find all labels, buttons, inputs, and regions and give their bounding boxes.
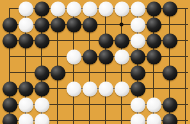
black-stone-c8r4[interactable] [130, 65, 145, 80]
white-stone-c2r6[interactable] [34, 97, 49, 112]
black-stone-c6r2[interactable] [98, 33, 113, 48]
black-stone-c9r0[interactable] [146, 1, 161, 16]
black-stone-c3r1[interactable] [50, 17, 65, 32]
black-stone-c10r4[interactable] [162, 65, 177, 80]
white-stone-c7r0[interactable] [114, 1, 129, 16]
white-stone-c9r7[interactable] [146, 113, 161, 124]
white-stone-c8r0[interactable] [130, 1, 145, 16]
white-stone-c4r5[interactable] [66, 81, 81, 96]
black-stone-c3r4[interactable] [50, 65, 65, 80]
black-stone-c9r2[interactable] [146, 33, 161, 48]
white-stone-c8r7[interactable] [130, 113, 145, 124]
white-stone-c7r5[interactable] [114, 81, 129, 96]
black-stone-c5r1[interactable] [82, 17, 97, 32]
black-stone-c6r3[interactable] [98, 49, 113, 64]
white-stone-c6r5[interactable] [98, 81, 113, 96]
black-stone-c2r4[interactable] [34, 65, 49, 80]
star-point [120, 23, 124, 27]
black-stone-c0r5[interactable] [2, 81, 17, 96]
black-stone-c2r0[interactable] [34, 1, 49, 16]
white-stone-c1r0[interactable] [18, 1, 33, 16]
white-stone-c2r7[interactable] [34, 113, 49, 124]
black-stone-c9r1[interactable] [146, 17, 161, 32]
white-stone-c8r2[interactable] [130, 33, 145, 48]
black-stone-c5r3[interactable] [82, 49, 97, 64]
black-stone-c10r7[interactable] [162, 113, 177, 124]
white-stone-c8r6[interactable] [130, 97, 145, 112]
black-stone-c8r3[interactable] [130, 49, 145, 64]
black-stone-c1r2[interactable] [18, 33, 33, 48]
black-stone-c0r2[interactable] [2, 33, 17, 48]
white-stone-c4r3[interactable] [66, 49, 81, 64]
black-stone-c10r0[interactable] [162, 1, 177, 16]
white-stone-c5r0[interactable] [82, 1, 97, 16]
black-stone-c10r6[interactable] [162, 97, 177, 112]
white-stone-c5r5[interactable] [82, 81, 97, 96]
white-stone-c1r6[interactable] [18, 97, 33, 112]
black-stone-c2r5[interactable] [34, 81, 49, 96]
white-stone-c9r6[interactable] [146, 97, 161, 112]
white-stone-c7r3[interactable] [114, 49, 129, 64]
white-stone-c6r0[interactable] [98, 1, 113, 16]
white-stone-c8r1[interactable] [130, 17, 145, 32]
black-stone-c0r1[interactable] [2, 17, 17, 32]
black-stone-c10r2[interactable] [162, 33, 177, 48]
black-stone-c8r5[interactable] [130, 81, 145, 96]
white-stone-c4r0[interactable] [66, 1, 81, 16]
white-stone-c1r1[interactable] [18, 17, 33, 32]
black-stone-c2r2[interactable] [34, 33, 49, 48]
black-stone-c1r5[interactable] [18, 81, 33, 96]
black-stone-c0r7[interactable] [2, 113, 17, 124]
white-stone-c3r0[interactable] [50, 1, 65, 16]
black-stone-c9r3[interactable] [146, 49, 161, 64]
white-stone-c1r7[interactable] [18, 113, 33, 124]
go-board[interactable] [0, 0, 190, 124]
black-stone-c7r2[interactable] [114, 33, 129, 48]
black-stone-c4r1[interactable] [66, 17, 81, 32]
black-stone-c2r1[interactable] [34, 17, 49, 32]
black-stone-c0r6[interactable] [2, 97, 17, 112]
